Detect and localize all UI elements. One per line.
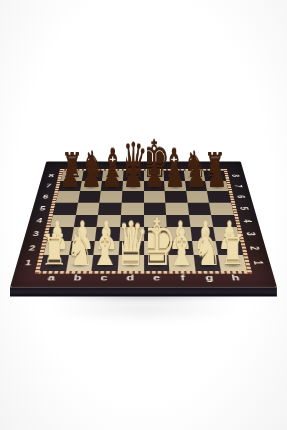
file-label-back-g: g: [183, 163, 204, 168]
file-label-front-g: g: [195, 272, 223, 284]
piece-black-rook-a8: ♜: [65, 117, 79, 180]
file-label-front-a: a: [37, 272, 66, 284]
piece-contact-shadow-g2: [192, 247, 218, 253]
piece-contact-shadow-e7: [144, 185, 165, 190]
file-label-back-a: a: [64, 163, 85, 168]
file-label-back-c: c: [104, 163, 124, 168]
piece-black-bishop-f8: ♝: [167, 117, 181, 180]
piece-contact-shadow-d1: [118, 262, 144, 269]
piece-contact-shadow-d8: [123, 175, 144, 179]
piece-black-queen-d8: ♛: [126, 117, 140, 180]
piece-contact-shadow-a1: [40, 262, 67, 269]
piece-contact-shadow-a7: [59, 185, 81, 190]
file-label-back-h: h: [202, 163, 223, 168]
board-side-edge: [10, 287, 277, 296]
pieces-layer: ♜♞♝♛♚♝♞♜♟♟♟♟♟♟♟♟♟♟♟♟♟♟♟♟♜♞♝♛♚♝♞♜: [40, 171, 247, 271]
rank-label-right-5: 5: [232, 205, 256, 212]
piece-contact-shadow-h8: [204, 175, 225, 179]
piece-contact-shadow-f8: [164, 175, 185, 179]
file-label-front-f: f: [169, 272, 196, 284]
piece-white-queen-d1: ♛: [122, 190, 139, 269]
piece-contact-shadow-c7: [101, 185, 122, 190]
piece-contact-shadow-b8: [82, 175, 103, 179]
piece-black-pawn-a7: ♟: [63, 125, 77, 190]
piece-black-knight-b8: ♞: [85, 117, 99, 180]
piece-white-bishop-f1: ♝: [173, 190, 190, 269]
piece-white-knight-b1: ♞: [71, 190, 88, 269]
piece-contact-shadow-d7: [122, 185, 143, 190]
file-label-back-b: b: [84, 163, 105, 168]
piece-black-pawn-e7: ♟: [147, 125, 161, 190]
piece-black-rook-h8: ♜: [208, 117, 222, 180]
piece-contact-shadow-f1: [169, 262, 195, 269]
piece-contact-shadow-a8: [61, 175, 82, 179]
piece-white-king-e1: ♚: [148, 190, 165, 269]
scene: abcdefgh abcdefgh 87654321 87654321 ♜♞♝♛…: [31, 102, 256, 327]
piece-contact-shadow-h2: [217, 247, 243, 253]
piece-black-king-e8: ♚: [147, 117, 161, 180]
piece-contact-shadow-g7: [185, 185, 207, 190]
rank-label-left-6: 6: [37, 191, 53, 202]
piece-contact-shadow-b2: [69, 247, 95, 253]
file-label-back-d: d: [124, 163, 144, 168]
piece-contact-shadow-h7: [206, 185, 228, 190]
piece-contact-shadow-c8: [102, 175, 123, 179]
piece-black-pawn-h7: ♟: [210, 125, 224, 190]
rank-label-left-5: 5: [34, 203, 51, 215]
piece-black-pawn-f7: ♟: [168, 125, 182, 190]
rank-label-right-6: 6: [230, 193, 253, 200]
piece-contact-shadow-c1: [92, 262, 118, 269]
file-label-front-d: d: [117, 272, 144, 284]
piece-black-pawn-c7: ♟: [105, 125, 119, 190]
piece-contact-shadow-g1: [194, 262, 221, 269]
piece-contact-shadow-c2: [94, 247, 119, 253]
file-labels-back: abcdefgh: [64, 163, 223, 168]
piece-black-pawn-g7: ♟: [189, 125, 203, 190]
piece-contact-shadow-d2: [119, 247, 144, 253]
piece-contact-shadow-e1: [144, 262, 170, 269]
file-label-back-e: e: [144, 163, 164, 168]
piece-contact-shadow-b1: [66, 262, 93, 269]
piece-contact-shadow-g8: [184, 175, 205, 179]
piece-black-bishop-c8: ♝: [106, 117, 120, 180]
file-label-front-c: c: [90, 272, 117, 284]
rank-label-right-8: 8: [225, 173, 247, 179]
piece-contact-shadow-b7: [80, 185, 102, 190]
piece-contact-shadow-h1: [220, 262, 247, 269]
product-photo: abcdefgh abcdefgh 87654321 87654321 ♜♞♝♛…: [0, 0, 287, 430]
piece-contact-shadow-f7: [164, 185, 185, 190]
piece-white-knight-g1: ♞: [199, 190, 216, 269]
piece-black-pawn-b7: ♟: [84, 125, 98, 190]
piece-contact-shadow-f2: [168, 247, 193, 253]
piece-contact-shadow-e8: [144, 175, 165, 179]
piece-white-bishop-c1: ♝: [97, 190, 114, 269]
file-label-front-h: h: [221, 272, 250, 284]
file-labels-front: abcdefgh: [37, 272, 250, 284]
file-label-back-f: f: [163, 163, 183, 168]
file-label-front-e: e: [144, 272, 171, 284]
chessboard: abcdefgh abcdefgh 87654321 87654321 ♜♞♝♛…: [10, 162, 277, 288]
piece-contact-shadow-e2: [144, 247, 169, 253]
rank-label-left-7: 7: [41, 181, 57, 192]
piece-black-pawn-d7: ♟: [126, 125, 140, 190]
rank-label-right-7: 7: [227, 183, 250, 190]
piece-black-knight-g8: ♞: [188, 117, 202, 180]
piece-contact-shadow-a2: [44, 247, 70, 253]
rank-label-left-8: 8: [43, 171, 58, 181]
file-label-front-b: b: [64, 272, 92, 284]
